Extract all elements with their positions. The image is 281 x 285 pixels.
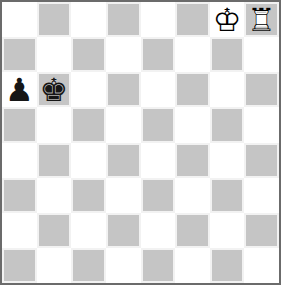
square-a8[interactable] <box>2 2 37 37</box>
square-e7[interactable] <box>141 37 176 72</box>
white-king-outline: ♔ <box>210 2 245 37</box>
square-g6[interactable] <box>210 72 245 107</box>
square-b7[interactable] <box>37 37 72 72</box>
square-c5[interactable] <box>71 107 106 142</box>
black-king-icon: ♚ <box>40 74 69 106</box>
square-h8[interactable]: ♜♖ <box>244 2 279 37</box>
square-d6[interactable] <box>106 72 141 107</box>
square-e2[interactable] <box>141 213 176 248</box>
square-a3[interactable] <box>2 178 37 213</box>
square-d7[interactable] <box>106 37 141 72</box>
square-d4[interactable] <box>106 143 141 178</box>
square-c1[interactable] <box>71 248 106 283</box>
square-g5[interactable] <box>210 107 245 142</box>
square-d2[interactable] <box>106 213 141 248</box>
square-g2[interactable] <box>210 213 245 248</box>
white-rook-outline: ♖ <box>244 2 279 37</box>
square-h5[interactable] <box>244 107 279 142</box>
square-c8[interactable] <box>71 2 106 37</box>
square-a1[interactable] <box>2 248 37 283</box>
square-g4[interactable] <box>210 143 245 178</box>
square-g8[interactable]: ♚♔ <box>210 2 245 37</box>
square-f4[interactable] <box>175 143 210 178</box>
square-f1[interactable] <box>175 248 210 283</box>
square-e4[interactable] <box>141 143 176 178</box>
square-b4[interactable] <box>37 143 72 178</box>
square-b8[interactable] <box>37 2 72 37</box>
square-c7[interactable] <box>71 37 106 72</box>
square-f7[interactable] <box>175 37 210 72</box>
square-a7[interactable] <box>2 37 37 72</box>
square-c4[interactable] <box>71 143 106 178</box>
square-e3[interactable] <box>141 178 176 213</box>
square-b5[interactable] <box>37 107 72 142</box>
square-a5[interactable] <box>2 107 37 142</box>
square-b2[interactable] <box>37 213 72 248</box>
square-d3[interactable] <box>106 178 141 213</box>
square-h1[interactable] <box>244 248 279 283</box>
square-d5[interactable] <box>106 107 141 142</box>
square-h6[interactable] <box>244 72 279 107</box>
square-f3[interactable] <box>175 178 210 213</box>
square-e1[interactable] <box>141 248 176 283</box>
square-e6[interactable] <box>141 72 176 107</box>
square-h4[interactable] <box>244 143 279 178</box>
square-b1[interactable] <box>37 248 72 283</box>
chess-board: ♚♔♜♖♟♚ <box>2 2 279 283</box>
square-d1[interactable] <box>106 248 141 283</box>
square-f5[interactable] <box>175 107 210 142</box>
square-a4[interactable] <box>2 143 37 178</box>
square-h7[interactable] <box>244 37 279 72</box>
square-e5[interactable] <box>141 107 176 142</box>
square-b3[interactable] <box>37 178 72 213</box>
square-d8[interactable] <box>106 2 141 37</box>
square-c6[interactable] <box>71 72 106 107</box>
square-a2[interactable] <box>2 213 37 248</box>
square-c2[interactable] <box>71 213 106 248</box>
square-f2[interactable] <box>175 213 210 248</box>
square-f8[interactable] <box>175 2 210 37</box>
white-rook-icon: ♜♖ <box>244 2 279 37</box>
square-e8[interactable] <box>141 2 176 37</box>
chess-diagram-frame: ♚♔♜♖♟♚ <box>0 0 281 285</box>
square-g1[interactable] <box>210 248 245 283</box>
black-pawn-icon: ♟ <box>5 74 34 106</box>
square-f6[interactable] <box>175 72 210 107</box>
square-g7[interactable] <box>210 37 245 72</box>
square-c3[interactable] <box>71 178 106 213</box>
square-h3[interactable] <box>244 178 279 213</box>
square-g3[interactable] <box>210 178 245 213</box>
square-h2[interactable] <box>244 213 279 248</box>
square-a6[interactable]: ♟ <box>2 72 37 107</box>
white-king-icon: ♚♔ <box>210 2 245 37</box>
square-b6[interactable]: ♚ <box>37 72 72 107</box>
